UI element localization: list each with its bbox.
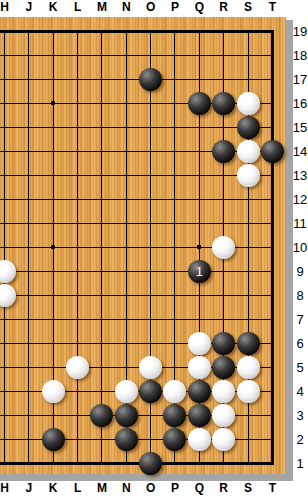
white-stone-Q5[interactable]: [188, 356, 211, 379]
grid-line-row-17: [0, 79, 274, 80]
white-stone-R2[interactable]: [212, 428, 235, 451]
column-label-top-N: N: [118, 0, 134, 15]
black-stone-Q4[interactable]: [188, 380, 211, 403]
black-stone-R14[interactable]: [212, 140, 235, 163]
white-stone-S14[interactable]: [237, 140, 260, 163]
grid-line-row-15: [0, 127, 274, 128]
white-stone-S16[interactable]: [237, 92, 260, 115]
black-stone-Q9[interactable]: 1: [188, 260, 211, 283]
column-label-top-J: J: [21, 0, 37, 15]
black-stone-O4[interactable]: [139, 380, 162, 403]
white-stone-H8[interactable]: [0, 284, 16, 307]
column-label-bottom-J: J: [21, 481, 37, 496]
go-board-viewport: 1HJKLMNOPQRSTHJKLMNOPQRST191817161514131…: [0, 0, 308, 500]
move-number-label: 1: [196, 264, 203, 277]
black-stone-O1[interactable]: [139, 452, 162, 475]
black-stone-N3[interactable]: [115, 404, 138, 427]
star-point-K16: [51, 101, 55, 105]
white-stone-R10[interactable]: [212, 236, 235, 259]
grid-line-row-1: [0, 462, 274, 465]
row-label-9: 9: [290, 264, 308, 279]
column-label-top-H: H: [0, 0, 13, 15]
column-label-top-P: P: [167, 0, 183, 15]
row-label-16: 16: [290, 96, 308, 111]
column-label-bottom-O: O: [143, 481, 159, 496]
row-label-17: 17: [290, 72, 308, 87]
white-stone-N4[interactable]: [115, 380, 138, 403]
grid-line-row-9: [0, 271, 274, 272]
go-board[interactable]: 1HJKLMNOPQRSTHJKLMNOPQRST191817161514131…: [0, 0, 308, 500]
black-stone-K2[interactable]: [42, 428, 65, 451]
grid-line-col-M: [101, 30, 102, 465]
black-stone-P3[interactable]: [163, 404, 186, 427]
grid-line-row-12: [0, 199, 274, 200]
white-stone-Q6[interactable]: [188, 332, 211, 355]
black-stone-R5[interactable]: [212, 356, 235, 379]
column-label-top-R: R: [216, 0, 232, 15]
row-label-4: 4: [290, 384, 308, 399]
column-label-top-O: O: [143, 0, 159, 15]
row-label-11: 11: [290, 216, 308, 231]
black-stone-M3[interactable]: [90, 404, 113, 427]
row-label-3: 3: [290, 408, 308, 423]
column-label-top-L: L: [70, 0, 86, 15]
column-label-bottom-L: L: [70, 481, 86, 496]
column-label-top-Q: Q: [191, 0, 207, 15]
column-label-bottom-N: N: [118, 481, 134, 496]
column-label-top-M: M: [94, 0, 110, 15]
column-label-bottom-Q: Q: [191, 481, 207, 496]
row-label-14: 14: [290, 144, 308, 159]
row-label-12: 12: [290, 192, 308, 207]
grid-line-row-11: [0, 223, 274, 224]
column-label-bottom-K: K: [45, 481, 61, 496]
white-stone-S4[interactable]: [237, 380, 260, 403]
grid-line-row-19: [0, 30, 274, 33]
black-stone-T14[interactable]: [261, 140, 284, 163]
grid-line-row-7: [0, 319, 274, 320]
white-stone-H9[interactable]: [0, 260, 16, 283]
white-stone-R3[interactable]: [212, 404, 235, 427]
row-label-15: 15: [290, 120, 308, 135]
white-stone-O5[interactable]: [139, 356, 162, 379]
column-label-bottom-M: M: [94, 481, 110, 496]
row-label-7: 7: [290, 312, 308, 327]
white-stone-R4[interactable]: [212, 380, 235, 403]
row-label-19: 19: [290, 24, 308, 39]
row-label-6: 6: [290, 336, 308, 351]
grid-line-row-13: [0, 175, 274, 176]
black-stone-R6[interactable]: [212, 332, 235, 355]
black-stone-N2[interactable]: [115, 428, 138, 451]
row-label-10: 10: [290, 240, 308, 255]
column-label-bottom-H: H: [0, 481, 13, 496]
row-label-13: 13: [290, 168, 308, 183]
grid-line-col-T: [271, 30, 274, 465]
column-label-top-T: T: [264, 0, 280, 15]
row-label-5: 5: [290, 360, 308, 375]
white-stone-L5[interactable]: [66, 356, 89, 379]
star-point-K10: [51, 245, 55, 249]
column-label-bottom-T: T: [264, 481, 280, 496]
row-label-18: 18: [290, 48, 308, 63]
black-stone-Q16[interactable]: [188, 92, 211, 115]
row-label-2: 2: [290, 432, 308, 447]
white-stone-P4[interactable]: [163, 380, 186, 403]
black-stone-R16[interactable]: [212, 92, 235, 115]
grid-line-col-H: [4, 30, 5, 465]
black-stone-S6[interactable]: [237, 332, 260, 355]
column-label-top-S: S: [240, 0, 256, 15]
white-stone-S13[interactable]: [237, 164, 260, 187]
column-label-bottom-P: P: [167, 481, 183, 496]
black-stone-O17[interactable]: [139, 68, 162, 91]
black-stone-Q3[interactable]: [188, 404, 211, 427]
grid-line-row-18: [0, 55, 274, 56]
black-stone-S15[interactable]: [237, 116, 260, 139]
white-stone-Q2[interactable]: [188, 428, 211, 451]
star-point-Q10: [197, 245, 201, 249]
row-label-1: 1: [290, 456, 308, 471]
column-label-bottom-R: R: [216, 481, 232, 496]
black-stone-P2[interactable]: [163, 428, 186, 451]
row-label-8: 8: [290, 288, 308, 303]
column-label-bottom-S: S: [240, 481, 256, 496]
white-stone-S5[interactable]: [237, 356, 260, 379]
grid-line-col-L: [77, 30, 78, 465]
grid-line-row-8: [0, 295, 274, 296]
white-stone-K4[interactable]: [42, 380, 65, 403]
grid-line-col-J: [28, 30, 29, 465]
column-label-top-K: K: [45, 0, 61, 15]
